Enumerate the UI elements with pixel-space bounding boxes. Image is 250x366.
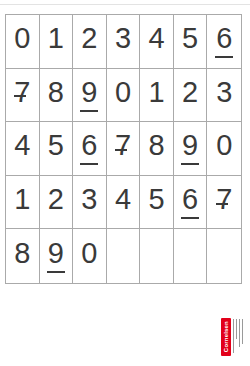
digit-card: 2: [40, 176, 74, 230]
digit-card: 8: [40, 69, 74, 123]
digit-card: 2: [174, 69, 208, 123]
page-edge-line: [0, 4, 250, 5]
digit: 7: [13, 78, 31, 112]
digit-card: 0: [207, 122, 241, 176]
digit: 7: [215, 185, 233, 219]
digit-card: 5: [140, 176, 174, 230]
fine-print-line: [233, 319, 234, 353]
digit: 1: [47, 24, 65, 58]
digit: 5: [181, 24, 199, 58]
digit-card: 0: [107, 69, 141, 123]
digit-card: 3: [107, 15, 141, 69]
digit: 2: [181, 78, 199, 112]
digit: 8: [147, 131, 165, 165]
digit-card: 1: [40, 15, 74, 69]
fine-print-line: [236, 319, 237, 339]
digit: 6: [215, 24, 233, 58]
digit-card: 8: [6, 229, 40, 283]
digit: 6: [181, 185, 199, 219]
digit-grid: 0123456789012345678901234567890: [5, 14, 242, 284]
digit-card: 7: [207, 176, 241, 230]
empty-card: [107, 229, 141, 283]
digit-card: 9: [73, 69, 107, 123]
cornelsen-logo-text: Cornelsen: [223, 321, 229, 352]
fine-print-line: [242, 319, 243, 344]
digit-card: 0: [6, 15, 40, 69]
digit: 0: [215, 131, 233, 165]
digit-card: 9: [40, 229, 74, 283]
digit: 2: [80, 24, 98, 58]
digit-card: 2: [73, 15, 107, 69]
digit-card: 1: [6, 176, 40, 230]
fine-print-line: [239, 319, 240, 347]
digit: 0: [80, 239, 98, 273]
digit: 9: [47, 239, 65, 273]
digit-card: 4: [6, 122, 40, 176]
digit: 3: [80, 185, 98, 219]
digit-card: 3: [73, 176, 107, 230]
digit: 4: [147, 24, 165, 58]
digit: 0: [114, 78, 132, 112]
digit: 8: [13, 239, 31, 273]
digit: 7: [114, 131, 132, 165]
digit-card: 5: [40, 122, 74, 176]
cornelsen-logo: Cornelsen: [221, 318, 231, 356]
digit: 1: [147, 78, 165, 112]
digit: 0: [13, 24, 31, 58]
digit: 4: [13, 131, 31, 165]
digit: 5: [47, 131, 65, 165]
digit: 5: [147, 185, 165, 219]
empty-card: [174, 229, 208, 283]
digit-card: 4: [107, 176, 141, 230]
digit: 3: [114, 24, 132, 58]
digit: 9: [80, 78, 98, 112]
digit: 9: [181, 131, 199, 165]
digit: 1: [13, 185, 31, 219]
digit: 3: [215, 78, 233, 112]
digit-card: 6: [174, 176, 208, 230]
digit-card: 1: [140, 69, 174, 123]
digit-card: 3: [207, 69, 241, 123]
digit-card: 9: [174, 122, 208, 176]
digit-card: 6: [73, 122, 107, 176]
digit-card: 5: [174, 15, 208, 69]
digit-card: 7: [6, 69, 40, 123]
digit: 6: [80, 131, 98, 165]
digit-card: 7: [107, 122, 141, 176]
publisher-logo-block: Cornelsen: [221, 318, 242, 358]
digit-card: 4: [140, 15, 174, 69]
empty-card: [207, 229, 241, 283]
digit-card: 6: [207, 15, 241, 69]
digit-card: 8: [140, 122, 174, 176]
digit: 4: [114, 185, 132, 219]
copyright-fine-print: [233, 319, 243, 353]
empty-card: [140, 229, 174, 283]
worksheet-page: 0123456789012345678901234567890 Cornelse…: [0, 0, 250, 366]
digit-card: 0: [73, 229, 107, 283]
digit: 8: [47, 78, 65, 112]
digit: 2: [47, 185, 65, 219]
